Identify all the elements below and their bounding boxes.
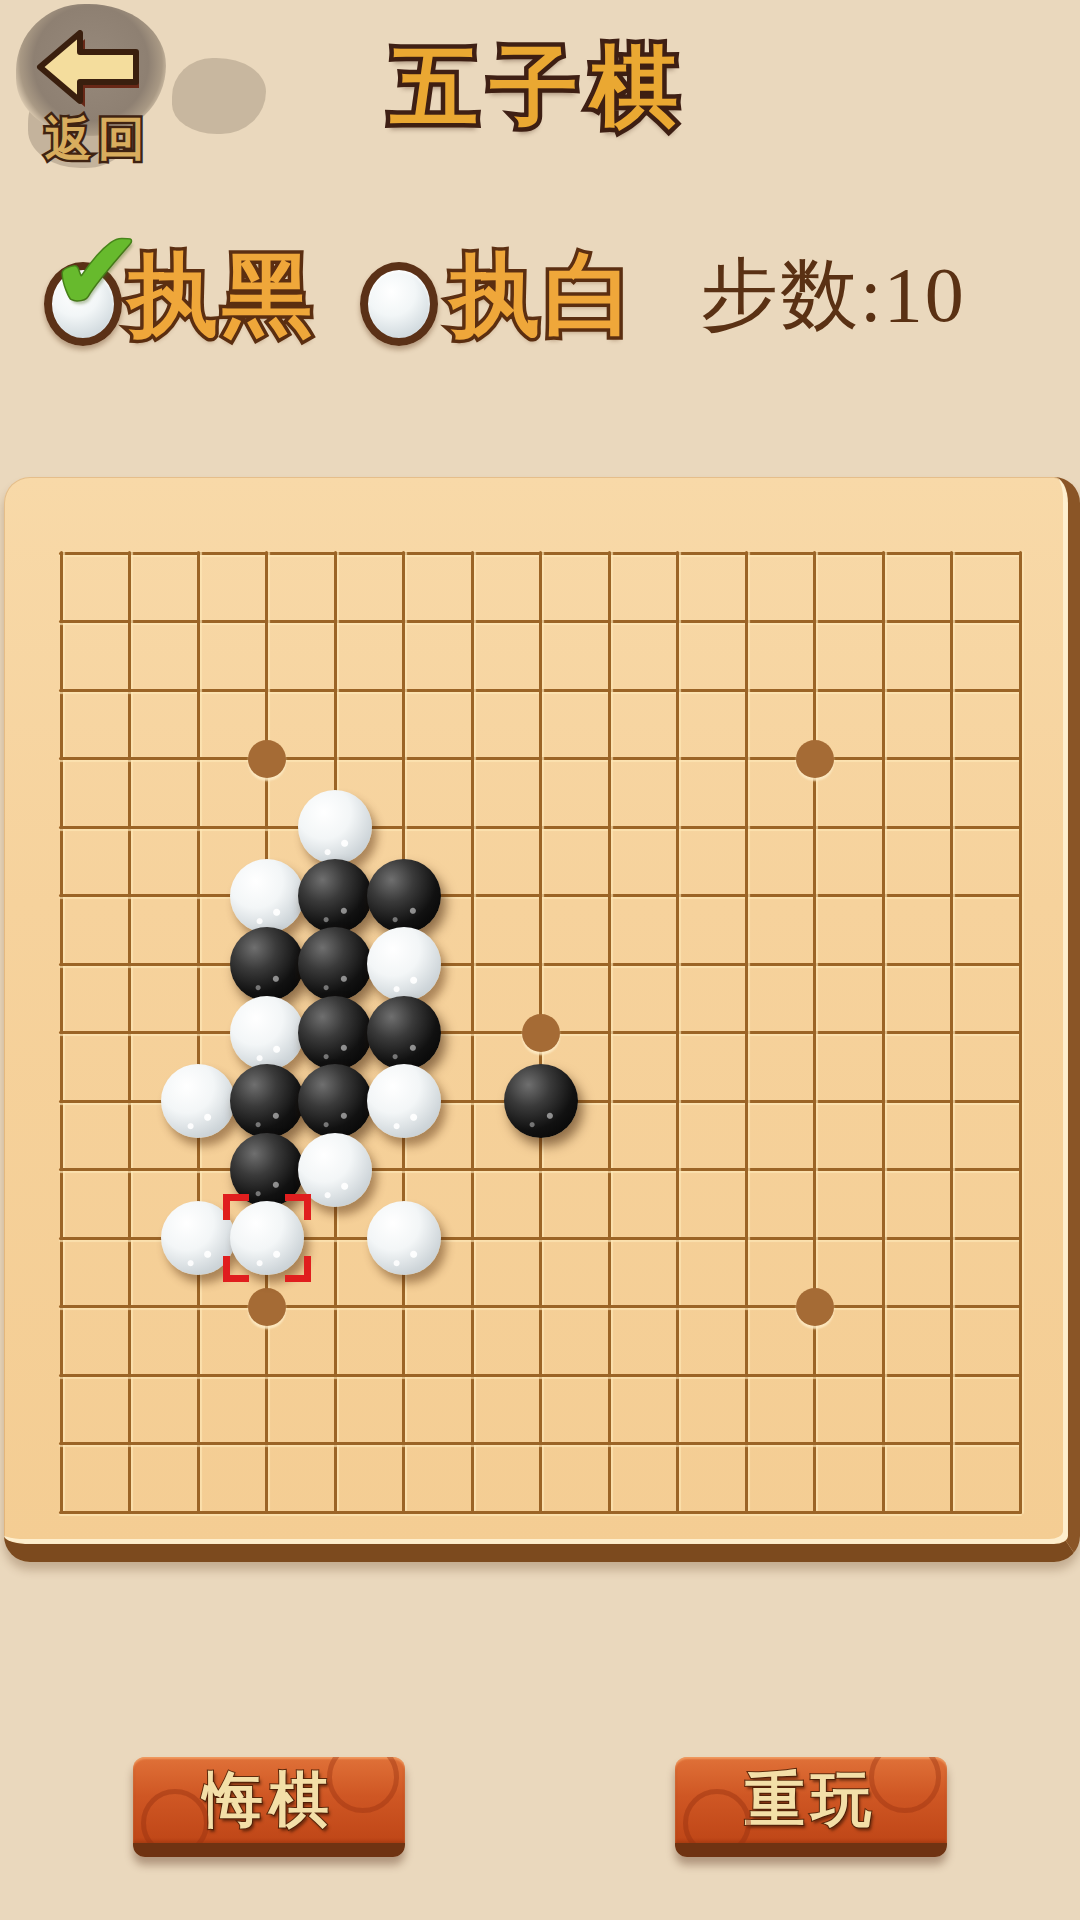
last-move-marker (223, 1194, 311, 1282)
board-cell[interactable] (96, 725, 165, 794)
board-cell[interactable] (986, 1067, 1055, 1136)
board-cell[interactable] (986, 725, 1055, 794)
board-cell[interactable] (781, 930, 850, 999)
board-cell[interactable] (301, 793, 370, 862)
board-cell[interactable] (301, 725, 370, 794)
board-cell[interactable] (507, 793, 576, 862)
board-cell[interactable] (712, 656, 781, 725)
board-cell[interactable] (575, 793, 644, 862)
board-cell[interactable] (575, 999, 644, 1068)
board-cell[interactable] (918, 1204, 987, 1273)
board-cell[interactable] (712, 1204, 781, 1273)
board-cell[interactable] (507, 1341, 576, 1410)
board-cell[interactable] (986, 1341, 1055, 1410)
board-cell[interactable] (96, 656, 165, 725)
board-cell[interactable] (27, 1136, 96, 1205)
board-cell[interactable] (575, 1478, 644, 1547)
board-cell[interactable] (644, 1273, 713, 1342)
white-stone (367, 927, 441, 1001)
board-cell[interactable] (370, 1341, 439, 1410)
board-cell[interactable] (301, 588, 370, 657)
undo-button[interactable]: 悔棋 (133, 1757, 405, 1857)
board-cell[interactable] (644, 999, 713, 1068)
board-cell[interactable] (849, 1067, 918, 1136)
board-cell[interactable] (370, 1273, 439, 1342)
board-cell[interactable] (370, 519, 439, 588)
board-cell[interactable] (918, 588, 987, 657)
board-cell[interactable] (575, 588, 644, 657)
board-cell[interactable] (370, 999, 439, 1068)
board-cell[interactable] (918, 656, 987, 725)
board-cell[interactable] (233, 1204, 302, 1273)
board-cell[interactable] (301, 930, 370, 999)
board-cell[interactable] (986, 930, 1055, 999)
board-cell[interactable] (233, 519, 302, 588)
board-cell[interactable] (918, 1410, 987, 1479)
board-cell[interactable] (712, 1067, 781, 1136)
board-cell[interactable] (301, 1341, 370, 1410)
board-cell[interactable] (781, 1478, 850, 1547)
board-cell[interactable] (438, 999, 507, 1068)
board-cell[interactable] (438, 1204, 507, 1273)
board-cell[interactable] (301, 862, 370, 931)
board-cell[interactable] (781, 725, 850, 794)
board-cell[interactable] (644, 656, 713, 725)
board-cell[interactable] (781, 1204, 850, 1273)
board-cell[interactable] (849, 1410, 918, 1479)
board-cell[interactable] (96, 519, 165, 588)
board-cell[interactable] (849, 1478, 918, 1547)
black-stone (298, 996, 372, 1070)
board-cell[interactable] (370, 725, 439, 794)
board-cell[interactable] (644, 1067, 713, 1136)
board-cell[interactable] (918, 1136, 987, 1205)
board-cell[interactable] (712, 725, 781, 794)
steps-label: 步数: (700, 251, 884, 338)
board-cell[interactable] (438, 1410, 507, 1479)
board-cell[interactable] (507, 1410, 576, 1479)
board-cell[interactable] (438, 862, 507, 931)
board-cell[interactable] (507, 1478, 576, 1547)
board-cell[interactable] (27, 1067, 96, 1136)
board-cell[interactable] (164, 656, 233, 725)
board-cell[interactable] (918, 862, 987, 931)
board-cell[interactable] (27, 1410, 96, 1479)
board-cell[interactable] (712, 1273, 781, 1342)
play-white-label[interactable]: 执白 (450, 250, 638, 340)
board-cell[interactable] (986, 999, 1055, 1068)
board-cell[interactable] (575, 1341, 644, 1410)
board-cell[interactable] (712, 862, 781, 931)
white-stone (161, 1064, 235, 1138)
white-stone (367, 1064, 441, 1138)
board-cell[interactable] (164, 1273, 233, 1342)
board-cell[interactable] (370, 656, 439, 725)
board-cell[interactable] (986, 1478, 1055, 1547)
board-cell[interactable] (301, 519, 370, 588)
board-cell[interactable] (438, 588, 507, 657)
board-cell[interactable] (96, 1410, 165, 1479)
step-counter: 步数:10 (700, 256, 966, 334)
board-cell[interactable] (301, 1410, 370, 1479)
play-black-label[interactable]: 执黑 (128, 250, 316, 340)
board-cell[interactable] (986, 1273, 1055, 1342)
board-cell[interactable] (986, 793, 1055, 862)
options-row: ✔ 执黑 执白 步数:10 (0, 230, 1080, 362)
board-cell[interactable] (164, 1410, 233, 1479)
board-cell[interactable] (986, 862, 1055, 931)
board-cell[interactable] (233, 656, 302, 725)
board-cell[interactable] (301, 1136, 370, 1205)
board-cell[interactable] (164, 1478, 233, 1547)
board-cell[interactable] (781, 1067, 850, 1136)
board-cell[interactable] (507, 588, 576, 657)
black-stone (298, 859, 372, 933)
board-cell[interactable] (164, 1341, 233, 1410)
board-cell[interactable] (96, 1067, 165, 1136)
board-cell[interactable] (27, 519, 96, 588)
black-stone (367, 859, 441, 933)
board-cell[interactable] (644, 930, 713, 999)
board-cell[interactable] (438, 725, 507, 794)
board-cell[interactable] (370, 1204, 439, 1273)
board-cell[interactable] (781, 1341, 850, 1410)
board-cell[interactable] (96, 588, 165, 657)
board-cell[interactable] (233, 1341, 302, 1410)
board-cell[interactable] (370, 1410, 439, 1479)
board-cell[interactable] (301, 1478, 370, 1547)
board-cell[interactable] (301, 999, 370, 1068)
board-cell[interactable] (781, 588, 850, 657)
board-cell[interactable] (849, 656, 918, 725)
board-cell[interactable] (27, 1341, 96, 1410)
board-cell[interactable] (575, 1204, 644, 1273)
board-cell[interactable] (781, 1136, 850, 1205)
board-cell[interactable] (27, 1273, 96, 1342)
board-cell[interactable] (370, 1136, 439, 1205)
board-cell[interactable] (96, 1204, 165, 1273)
board-cell[interactable] (438, 1067, 507, 1136)
board-cell[interactable] (849, 1273, 918, 1342)
board-cell[interactable] (164, 793, 233, 862)
board-cell[interactable] (96, 1273, 165, 1342)
black-stone (367, 996, 441, 1070)
board-cell[interactable] (301, 1204, 370, 1273)
board-cell[interactable] (849, 930, 918, 999)
board-cell[interactable] (438, 1273, 507, 1342)
board-cell[interactable] (438, 519, 507, 588)
board-cell[interactable] (233, 1478, 302, 1547)
board-cell[interactable] (781, 862, 850, 931)
steps-value: 10 (884, 251, 966, 338)
white-stone (367, 1201, 441, 1275)
gomoku-screen: 返回 五子棋 ✔ 执黑 执白 步数:10 悔棋 重玩 (0, 0, 1080, 1920)
board-cell[interactable] (438, 930, 507, 999)
board-cell[interactable] (712, 1341, 781, 1410)
board-cell[interactable] (164, 1067, 233, 1136)
board-cell[interactable] (849, 725, 918, 794)
board-cell[interactable] (507, 862, 576, 931)
board-cell[interactable] (849, 999, 918, 1068)
board-cell[interactable] (575, 1136, 644, 1205)
board-cell[interactable] (233, 793, 302, 862)
board-cell[interactable] (507, 930, 576, 999)
board-cell[interactable] (507, 656, 576, 725)
black-stone (230, 927, 304, 1001)
board-cell[interactable] (644, 519, 713, 588)
board-cell[interactable] (644, 588, 713, 657)
board-cell[interactable] (781, 1410, 850, 1479)
board-cell[interactable] (986, 1204, 1055, 1273)
board-cell[interactable] (918, 1273, 987, 1342)
play-white-radio[interactable] (360, 262, 438, 346)
board-cell[interactable] (233, 1273, 302, 1342)
board-cell[interactable] (27, 862, 96, 931)
board-cell[interactable] (918, 519, 987, 588)
board-cell[interactable] (712, 1410, 781, 1479)
board-cell[interactable] (164, 588, 233, 657)
board-cell[interactable] (164, 519, 233, 588)
board-cell[interactable] (712, 999, 781, 1068)
board-cell[interactable] (370, 930, 439, 999)
board-cell[interactable] (27, 930, 96, 999)
board-cell[interactable] (781, 1273, 850, 1342)
board-cell[interactable] (27, 1478, 96, 1547)
board-cell[interactable] (644, 793, 713, 862)
board-cell[interactable] (644, 1478, 713, 1547)
board-cell[interactable] (644, 862, 713, 931)
board-cell[interactable] (27, 793, 96, 862)
board-cell[interactable] (438, 656, 507, 725)
board-cell[interactable] (507, 999, 576, 1068)
board-cell[interactable] (712, 588, 781, 657)
board-cell[interactable] (233, 999, 302, 1068)
white-stone (230, 859, 304, 933)
board-cell[interactable] (986, 656, 1055, 725)
board-cell[interactable] (301, 1273, 370, 1342)
board-cell[interactable] (164, 930, 233, 999)
board-cell[interactable] (986, 519, 1055, 588)
board-cell[interactable] (712, 793, 781, 862)
board-cell[interactable] (918, 930, 987, 999)
board-cell[interactable] (644, 725, 713, 794)
board-cell[interactable] (96, 1341, 165, 1410)
board-cell[interactable] (712, 1136, 781, 1205)
board-cell[interactable] (712, 1478, 781, 1547)
board-cell[interactable] (96, 862, 165, 931)
board-grid[interactable] (27, 519, 1055, 1547)
board-panel (4, 477, 1080, 1562)
board-cell[interactable] (575, 1273, 644, 1342)
board-cell[interactable] (370, 793, 439, 862)
board-cell[interactable] (575, 930, 644, 999)
board-cell[interactable] (370, 862, 439, 931)
board-cell[interactable] (575, 1067, 644, 1136)
board-cell[interactable] (849, 1341, 918, 1410)
board-cell[interactable] (986, 588, 1055, 657)
board-cell[interactable] (301, 656, 370, 725)
black-stone (230, 1064, 304, 1138)
board-cell[interactable] (781, 519, 850, 588)
board-cell[interactable] (918, 725, 987, 794)
board-cell[interactable] (96, 930, 165, 999)
board-cell[interactable] (438, 793, 507, 862)
board-cell[interactable] (507, 1067, 576, 1136)
board-cell[interactable] (233, 930, 302, 999)
board-cell[interactable] (233, 1067, 302, 1136)
board-cell[interactable] (233, 862, 302, 931)
board-cell[interactable] (438, 1341, 507, 1410)
board-cell[interactable] (644, 1136, 713, 1205)
board-cell[interactable] (712, 519, 781, 588)
board-cell[interactable] (918, 1341, 987, 1410)
board-cell[interactable] (27, 656, 96, 725)
board-cell[interactable] (781, 656, 850, 725)
board-cell[interactable] (575, 656, 644, 725)
board-cell[interactable] (96, 999, 165, 1068)
board-cell[interactable] (27, 999, 96, 1068)
board-cell[interactable] (918, 999, 987, 1068)
white-stone (230, 996, 304, 1070)
white-stone (298, 790, 372, 864)
board-cell[interactable] (233, 588, 302, 657)
board-cell[interactable] (849, 1204, 918, 1273)
restart-button[interactable]: 重玩 (675, 1757, 947, 1857)
board-cell[interactable] (781, 793, 850, 862)
board-cell[interactable] (507, 1136, 576, 1205)
board-cell[interactable] (575, 1410, 644, 1479)
board-cell[interactable] (644, 1341, 713, 1410)
board-cell[interactable] (370, 588, 439, 657)
page-title: 五子棋 (0, 28, 1080, 147)
board-cell[interactable] (27, 588, 96, 657)
board-cell[interactable] (575, 519, 644, 588)
board-cell[interactable] (233, 725, 302, 794)
board-cell[interactable] (96, 793, 165, 862)
board-cell[interactable] (712, 930, 781, 999)
board-cell[interactable] (644, 1410, 713, 1479)
board-cell[interactable] (438, 1478, 507, 1547)
board-cell[interactable] (96, 1136, 165, 1205)
board-cell[interactable] (918, 1067, 987, 1136)
board-cell[interactable] (438, 1136, 507, 1205)
board-cell[interactable] (164, 862, 233, 931)
board-cell[interactable] (233, 1410, 302, 1479)
board-cell[interactable] (575, 725, 644, 794)
board-cell[interactable] (986, 1410, 1055, 1479)
board-cell[interactable] (986, 1136, 1055, 1205)
board-cell[interactable] (96, 1478, 165, 1547)
board-cell[interactable] (644, 1204, 713, 1273)
board-cell[interactable] (507, 1204, 576, 1273)
board-cell[interactable] (849, 793, 918, 862)
board-cell[interactable] (164, 725, 233, 794)
black-stone (298, 1064, 372, 1138)
board-cell[interactable] (849, 588, 918, 657)
checkmark-icon: ✔ (50, 216, 144, 328)
board-cell[interactable] (849, 862, 918, 931)
board-cell[interactable] (918, 793, 987, 862)
board-cell[interactable] (507, 725, 576, 794)
board-cell[interactable] (370, 1067, 439, 1136)
board-cell[interactable] (164, 999, 233, 1068)
black-stone (298, 927, 372, 1001)
board-cell[interactable] (301, 1067, 370, 1136)
board-cell[interactable] (849, 1136, 918, 1205)
board-cell[interactable] (507, 519, 576, 588)
board-cell[interactable] (370, 1478, 439, 1547)
board-cell[interactable] (575, 862, 644, 931)
board-cell[interactable] (27, 725, 96, 794)
board-cell[interactable] (507, 1273, 576, 1342)
board-cell[interactable] (27, 1204, 96, 1273)
board-cell[interactable] (849, 519, 918, 588)
black-stone (504, 1064, 578, 1138)
board-cell[interactable] (781, 999, 850, 1068)
board-cell[interactable] (918, 1478, 987, 1547)
